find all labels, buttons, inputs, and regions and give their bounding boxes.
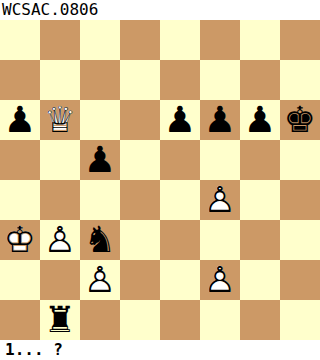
white-queen: ♛♕ xyxy=(40,100,80,140)
square-h5[interactable] xyxy=(280,140,320,180)
square-d4[interactable] xyxy=(120,180,160,220)
square-h8[interactable] xyxy=(280,20,320,60)
square-h7[interactable] xyxy=(280,60,320,100)
square-g5[interactable] xyxy=(240,140,280,180)
square-e4[interactable] xyxy=(160,180,200,220)
square-g7[interactable] xyxy=(240,60,280,100)
square-d2[interactable] xyxy=(120,260,160,300)
square-b4[interactable] xyxy=(40,180,80,220)
white-pawn-outline: ♙ xyxy=(200,260,240,300)
square-f8[interactable] xyxy=(200,20,240,60)
square-c5[interactable]: ♟ xyxy=(80,140,120,180)
square-h4[interactable] xyxy=(280,180,320,220)
square-b1[interactable]: ♜ xyxy=(40,300,80,340)
square-d3[interactable] xyxy=(120,220,160,260)
square-b5[interactable] xyxy=(40,140,80,180)
square-c7[interactable] xyxy=(80,60,120,100)
square-h2[interactable] xyxy=(280,260,320,300)
square-b2[interactable] xyxy=(40,260,80,300)
square-h3[interactable] xyxy=(280,220,320,260)
square-d7[interactable] xyxy=(120,60,160,100)
black-pawn: ♟ xyxy=(4,100,36,140)
square-a4[interactable] xyxy=(0,180,40,220)
chess-board: ♟♛♕♟♟♟♚♟♟♙♚♔♟♙♞♟♙♟♙♜ xyxy=(0,20,320,340)
square-f5[interactable] xyxy=(200,140,240,180)
square-b6[interactable]: ♛♕ xyxy=(40,100,80,140)
square-a5[interactable] xyxy=(0,140,40,180)
black-knight: ♞ xyxy=(84,220,116,260)
white-king-outline: ♔ xyxy=(0,220,40,260)
square-g3[interactable] xyxy=(240,220,280,260)
square-a3[interactable]: ♚♔ xyxy=(0,220,40,260)
black-king: ♚ xyxy=(284,100,316,140)
square-c2[interactable]: ♟♙ xyxy=(80,260,120,300)
white-king: ♚♔ xyxy=(0,220,40,260)
square-e5[interactable] xyxy=(160,140,200,180)
black-pawn: ♟ xyxy=(84,140,116,180)
black-rook: ♜ xyxy=(44,300,76,340)
square-e3[interactable] xyxy=(160,220,200,260)
white-pawn: ♟♙ xyxy=(40,220,80,260)
square-b3[interactable]: ♟♙ xyxy=(40,220,80,260)
square-g2[interactable] xyxy=(240,260,280,300)
square-d8[interactable] xyxy=(120,20,160,60)
square-a7[interactable] xyxy=(0,60,40,100)
square-f4[interactable]: ♟♙ xyxy=(200,180,240,220)
square-f3[interactable] xyxy=(200,220,240,260)
square-c6[interactable] xyxy=(80,100,120,140)
square-d5[interactable] xyxy=(120,140,160,180)
square-f6[interactable]: ♟ xyxy=(200,100,240,140)
white-pawn-outline: ♙ xyxy=(80,260,120,300)
square-f2[interactable]: ♟♙ xyxy=(200,260,240,300)
square-b7[interactable] xyxy=(40,60,80,100)
square-c8[interactable] xyxy=(80,20,120,60)
square-h1[interactable] xyxy=(280,300,320,340)
square-d1[interactable] xyxy=(120,300,160,340)
black-pawn: ♟ xyxy=(164,100,196,140)
white-pawn-outline: ♙ xyxy=(200,180,240,220)
square-e7[interactable] xyxy=(160,60,200,100)
square-g6[interactable]: ♟ xyxy=(240,100,280,140)
move-prompt: 1... ? xyxy=(0,340,320,360)
white-pawn-outline: ♙ xyxy=(40,220,80,260)
square-e6[interactable]: ♟ xyxy=(160,100,200,140)
square-g8[interactable] xyxy=(240,20,280,60)
square-h6[interactable]: ♚ xyxy=(280,100,320,140)
diagram-title: WCSAC.0806 xyxy=(0,0,320,20)
white-queen-outline: ♕ xyxy=(40,100,80,140)
square-a2[interactable] xyxy=(0,260,40,300)
square-g4[interactable] xyxy=(240,180,280,220)
square-e1[interactable] xyxy=(160,300,200,340)
square-c3[interactable]: ♞ xyxy=(80,220,120,260)
square-f1[interactable] xyxy=(200,300,240,340)
white-pawn: ♟♙ xyxy=(200,260,240,300)
square-g1[interactable] xyxy=(240,300,280,340)
white-pawn: ♟♙ xyxy=(200,180,240,220)
square-a8[interactable] xyxy=(0,20,40,60)
square-c4[interactable] xyxy=(80,180,120,220)
square-a1[interactable] xyxy=(0,300,40,340)
square-e8[interactable] xyxy=(160,20,200,60)
white-pawn: ♟♙ xyxy=(80,260,120,300)
black-pawn: ♟ xyxy=(244,100,276,140)
square-c1[interactable] xyxy=(80,300,120,340)
square-b8[interactable] xyxy=(40,20,80,60)
square-d6[interactable] xyxy=(120,100,160,140)
square-e2[interactable] xyxy=(160,260,200,300)
square-f7[interactable] xyxy=(200,60,240,100)
black-pawn: ♟ xyxy=(204,100,236,140)
square-a6[interactable]: ♟ xyxy=(0,100,40,140)
